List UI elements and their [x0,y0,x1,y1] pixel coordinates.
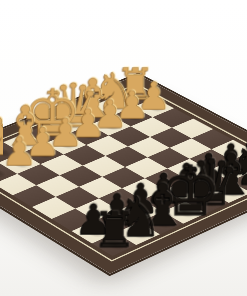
chessboard: ♜♞♝♛♚♝♞♜♟♟♟♟♟♟♟♟♟♟♟♟♟♟♟♟♜♞♝♛♚♝♞♜ [0,74,247,273]
black-rook-glyph: ♜ [89,206,140,255]
chess-set-product-photo: ♜♞♝♛♚♝♞♜♟♟♟♟♟♟♟♟♟♟♟♟♟♟♟♟♜♞♝♛♚♝♞♜ [0,0,247,296]
